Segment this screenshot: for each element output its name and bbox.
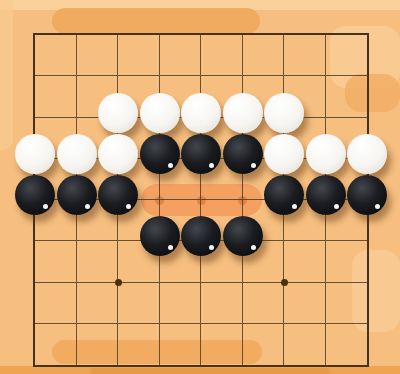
background-blob bbox=[0, 0, 13, 150]
grid-cell bbox=[326, 76, 368, 117]
white-stone bbox=[306, 134, 346, 174]
grid-cell bbox=[243, 35, 285, 76]
black-stone bbox=[347, 175, 387, 215]
white-stone bbox=[264, 93, 304, 133]
star-point bbox=[281, 279, 288, 286]
grid-cell bbox=[201, 35, 243, 76]
grid-cell bbox=[201, 283, 243, 324]
background-blob bbox=[0, 0, 400, 10]
white-stone bbox=[223, 93, 263, 133]
grid-cell bbox=[326, 241, 368, 282]
grid-cell bbox=[160, 324, 202, 365]
white-stone bbox=[98, 134, 138, 174]
black-stone bbox=[223, 216, 263, 256]
grid-cell bbox=[326, 324, 368, 365]
white-stone bbox=[57, 134, 97, 174]
grid-cell bbox=[77, 35, 119, 76]
grid-cell bbox=[284, 35, 326, 76]
black-stone bbox=[223, 134, 263, 174]
black-stone bbox=[140, 216, 180, 256]
grid-cell bbox=[326, 35, 368, 76]
black-stone bbox=[140, 134, 180, 174]
grid-cell bbox=[35, 324, 77, 365]
background-blob bbox=[0, 366, 400, 374]
white-stone bbox=[181, 93, 221, 133]
liberty-marker-dot[interactable] bbox=[197, 196, 206, 205]
grid-cell bbox=[284, 241, 326, 282]
grid-cell bbox=[160, 283, 202, 324]
black-stone bbox=[264, 175, 304, 215]
grid-cell bbox=[284, 283, 326, 324]
grid-cell bbox=[35, 283, 77, 324]
grid-cell bbox=[77, 241, 119, 282]
grid-cell bbox=[35, 35, 77, 76]
grid-cell bbox=[118, 324, 160, 365]
go-app-screen bbox=[0, 0, 400, 374]
liberty-marker-dot[interactable] bbox=[155, 196, 164, 205]
grid-cell bbox=[77, 324, 119, 365]
black-stone bbox=[181, 134, 221, 174]
black-stone bbox=[181, 216, 221, 256]
black-stone bbox=[306, 175, 346, 215]
grid-cell bbox=[243, 283, 285, 324]
white-stone bbox=[140, 93, 180, 133]
grid-cell bbox=[243, 324, 285, 365]
background-blob bbox=[90, 368, 330, 374]
grid-cell bbox=[160, 35, 202, 76]
grid-cell bbox=[201, 324, 243, 365]
background-blob bbox=[52, 8, 260, 34]
white-stone bbox=[98, 93, 138, 133]
grid-cell bbox=[284, 324, 326, 365]
grid-cell bbox=[326, 283, 368, 324]
grid-cell bbox=[35, 241, 77, 282]
grid-cell bbox=[118, 283, 160, 324]
grid-cell bbox=[118, 35, 160, 76]
go-board[interactable] bbox=[33, 33, 369, 367]
white-stone bbox=[264, 134, 304, 174]
white-stone bbox=[15, 134, 55, 174]
grid-cell bbox=[77, 283, 119, 324]
black-stone bbox=[15, 175, 55, 215]
white-stone bbox=[347, 134, 387, 174]
black-stone bbox=[57, 175, 97, 215]
black-stone bbox=[98, 175, 138, 215]
grid-cell bbox=[35, 76, 77, 117]
star-point bbox=[115, 279, 122, 286]
liberty-marker-dot[interactable] bbox=[238, 196, 247, 205]
